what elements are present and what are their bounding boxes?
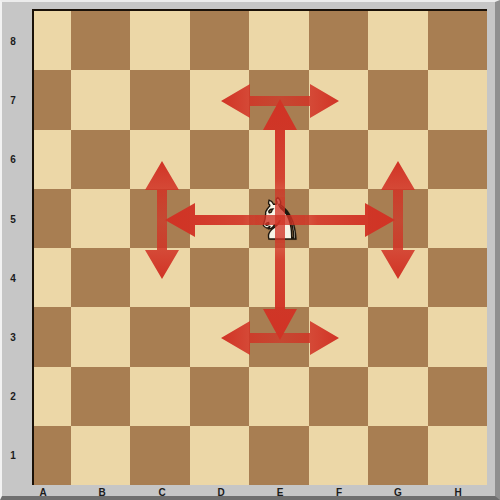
square-h1[interactable]	[428, 426, 487, 485]
square-a5[interactable]	[34, 189, 71, 248]
square-d6[interactable]	[190, 130, 249, 189]
square-b1[interactable]	[71, 426, 130, 485]
square-h3[interactable]	[428, 307, 487, 366]
square-d4[interactable]	[190, 248, 249, 307]
rank-label-3: 3	[5, 332, 21, 343]
file-label-a: A	[33, 487, 53, 498]
square-a3[interactable]	[34, 307, 71, 366]
square-h2[interactable]	[428, 367, 487, 426]
square-h8[interactable]	[428, 11, 487, 70]
rank-label-7: 7	[5, 95, 21, 106]
square-f1[interactable]	[309, 426, 368, 485]
square-b4[interactable]	[71, 248, 130, 307]
square-b5[interactable]	[71, 189, 130, 248]
square-e4[interactable]	[249, 248, 308, 307]
rank-label-5: 5	[5, 214, 21, 225]
square-e8[interactable]	[249, 11, 308, 70]
square-b3[interactable]	[71, 307, 130, 366]
rank-label-8: 8	[5, 36, 21, 47]
square-b2[interactable]	[71, 367, 130, 426]
file-label-e: E	[270, 487, 290, 498]
rank-label-4: 4	[5, 273, 21, 284]
square-g2[interactable]	[368, 367, 427, 426]
square-c6[interactable]	[130, 130, 189, 189]
square-c2[interactable]	[130, 367, 189, 426]
rank-label-6: 6	[5, 154, 21, 165]
square-h5[interactable]	[428, 189, 487, 248]
square-f6[interactable]	[309, 130, 368, 189]
square-c3[interactable]	[130, 307, 189, 366]
file-label-d: D	[211, 487, 231, 498]
square-g6[interactable]	[368, 130, 427, 189]
square-c1[interactable]	[130, 426, 189, 485]
square-f2[interactable]	[309, 367, 368, 426]
file-label-g: G	[388, 487, 408, 498]
square-b7[interactable]	[71, 70, 130, 129]
square-b8[interactable]	[71, 11, 130, 70]
rank-label-2: 2	[5, 391, 21, 402]
square-d8[interactable]	[190, 11, 249, 70]
square-a7[interactable]	[34, 70, 71, 129]
square-c7[interactable]	[130, 70, 189, 129]
file-label-f: F	[329, 487, 349, 498]
square-g8[interactable]	[368, 11, 427, 70]
square-e2[interactable]	[249, 367, 308, 426]
square-h7[interactable]	[428, 70, 487, 129]
square-d1[interactable]	[190, 426, 249, 485]
file-label-h: H	[448, 487, 468, 498]
square-f7[interactable]	[309, 70, 368, 129]
square-f5[interactable]	[309, 189, 368, 248]
square-c4[interactable]	[130, 248, 189, 307]
rank-label-1: 1	[5, 450, 21, 461]
square-g4[interactable]	[368, 248, 427, 307]
file-label-c: C	[152, 487, 172, 498]
square-e3[interactable]	[249, 307, 308, 366]
square-f3[interactable]	[309, 307, 368, 366]
square-d2[interactable]	[190, 367, 249, 426]
square-a8[interactable]	[34, 11, 71, 70]
square-a1[interactable]	[34, 426, 71, 485]
square-d7[interactable]	[190, 70, 249, 129]
square-f4[interactable]	[309, 248, 368, 307]
square-h6[interactable]	[428, 130, 487, 189]
square-h4[interactable]	[428, 248, 487, 307]
board-frame: 8 7 6 5 4 3 2 1 A B C D E F G H ♞	[0, 0, 500, 500]
square-g3[interactable]	[368, 307, 427, 366]
square-g5[interactable]	[368, 189, 427, 248]
square-e1[interactable]	[249, 426, 308, 485]
file-label-b: B	[92, 487, 112, 498]
square-a2[interactable]	[34, 367, 71, 426]
square-e6[interactable]	[249, 130, 308, 189]
white-knight-e5[interactable]: ♞	[249, 188, 310, 250]
square-g1[interactable]	[368, 426, 427, 485]
square-e7[interactable]	[249, 70, 308, 129]
square-c5[interactable]	[130, 189, 189, 248]
square-a6[interactable]	[34, 130, 71, 189]
square-b6[interactable]	[71, 130, 130, 189]
square-g7[interactable]	[368, 70, 427, 129]
square-d5[interactable]	[190, 189, 249, 248]
square-f8[interactable]	[309, 11, 368, 70]
square-a4[interactable]	[34, 248, 71, 307]
square-c8[interactable]	[130, 11, 189, 70]
square-d3[interactable]	[190, 307, 249, 366]
